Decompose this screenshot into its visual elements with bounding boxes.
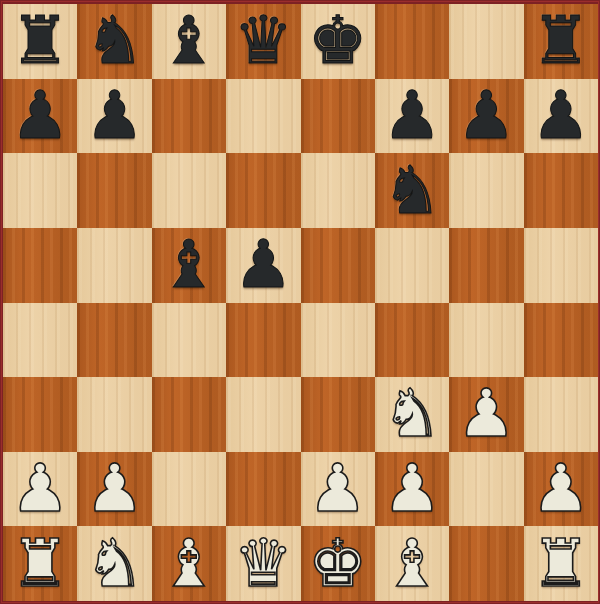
square-b8[interactable]: ♞: [77, 4, 151, 79]
square-a6[interactable]: [3, 153, 77, 228]
square-c7[interactable]: [152, 79, 226, 154]
square-b7[interactable]: ♟: [77, 79, 151, 154]
piece-black-pawn: ♟: [531, 79, 590, 153]
square-e4[interactable]: [301, 303, 375, 378]
square-d3[interactable]: [226, 377, 300, 452]
piece-black-queen: ♛: [234, 4, 293, 78]
square-f5[interactable]: [375, 228, 449, 303]
piece-black-knight: ♞: [85, 4, 144, 78]
square-h2[interactable]: ♟: [524, 452, 598, 527]
piece-black-pawn: ♟: [85, 79, 144, 153]
square-a3[interactable]: [3, 377, 77, 452]
piece-black-king: ♚: [308, 4, 367, 78]
square-a7[interactable]: ♟: [3, 79, 77, 154]
square-a5[interactable]: [3, 228, 77, 303]
piece-white-pawn: ♟: [457, 377, 516, 451]
square-e2[interactable]: ♟: [301, 452, 375, 527]
square-g7[interactable]: ♟: [449, 79, 523, 154]
square-d8[interactable]: ♛: [226, 4, 300, 79]
square-c8[interactable]: ♝: [152, 4, 226, 79]
square-e1[interactable]: ♚: [301, 526, 375, 601]
piece-black-bishop: ♝: [159, 228, 218, 302]
square-b6[interactable]: [77, 153, 151, 228]
square-b2[interactable]: ♟: [77, 452, 151, 527]
square-c3[interactable]: [152, 377, 226, 452]
square-b1[interactable]: ♞: [77, 526, 151, 601]
square-c2[interactable]: [152, 452, 226, 527]
square-h1[interactable]: ♜: [524, 526, 598, 601]
piece-black-rook: ♜: [531, 4, 590, 78]
square-g6[interactable]: [449, 153, 523, 228]
square-f4[interactable]: [375, 303, 449, 378]
piece-white-king: ♚: [308, 527, 367, 601]
square-h4[interactable]: [524, 303, 598, 378]
square-c4[interactable]: [152, 303, 226, 378]
square-e3[interactable]: [301, 377, 375, 452]
square-h3[interactable]: [524, 377, 598, 452]
square-f2[interactable]: ♟: [375, 452, 449, 527]
square-h6[interactable]: [524, 153, 598, 228]
square-f6[interactable]: ♞: [375, 153, 449, 228]
square-g1[interactable]: [449, 526, 523, 601]
square-a1[interactable]: ♜: [3, 526, 77, 601]
piece-black-bishop: ♝: [159, 4, 218, 78]
piece-white-rook: ♜: [531, 527, 590, 601]
piece-white-pawn: ♟: [85, 452, 144, 526]
piece-black-pawn: ♟: [457, 79, 516, 153]
board-frame: ♜♞♝♛♚♜♟♟♟♟♟♞♝♟♞♟♟♟♟♟♟♜♞♝♛♚♝♜: [0, 0, 600, 604]
square-d4[interactable]: [226, 303, 300, 378]
square-b3[interactable]: [77, 377, 151, 452]
square-e5[interactable]: [301, 228, 375, 303]
chess-board: ♜♞♝♛♚♜♟♟♟♟♟♞♝♟♞♟♟♟♟♟♟♜♞♝♛♚♝♜: [3, 4, 598, 601]
piece-black-rook: ♜: [11, 4, 70, 78]
square-c6[interactable]: [152, 153, 226, 228]
square-g2[interactable]: [449, 452, 523, 527]
square-h8[interactable]: ♜: [524, 4, 598, 79]
piece-black-knight: ♞: [382, 154, 441, 228]
piece-black-pawn: ♟: [382, 79, 441, 153]
square-e6[interactable]: [301, 153, 375, 228]
square-c1[interactable]: ♝: [152, 526, 226, 601]
square-b5[interactable]: [77, 228, 151, 303]
piece-black-pawn: ♟: [234, 228, 293, 302]
square-c5[interactable]: ♝: [152, 228, 226, 303]
piece-black-pawn: ♟: [11, 79, 70, 153]
square-a4[interactable]: [3, 303, 77, 378]
piece-white-pawn: ♟: [382, 452, 441, 526]
square-f1[interactable]: ♝: [375, 526, 449, 601]
square-e8[interactable]: ♚: [301, 4, 375, 79]
piece-white-pawn: ♟: [531, 452, 590, 526]
square-d1[interactable]: ♛: [226, 526, 300, 601]
square-h5[interactable]: [524, 228, 598, 303]
square-f3[interactable]: ♞: [375, 377, 449, 452]
square-d2[interactable]: [226, 452, 300, 527]
square-g5[interactable]: [449, 228, 523, 303]
square-d5[interactable]: ♟: [226, 228, 300, 303]
square-a2[interactable]: ♟: [3, 452, 77, 527]
piece-white-bishop: ♝: [382, 527, 441, 601]
piece-white-knight: ♞: [382, 377, 441, 451]
square-g8[interactable]: [449, 4, 523, 79]
square-e7[interactable]: [301, 79, 375, 154]
square-d7[interactable]: [226, 79, 300, 154]
piece-white-queen: ♛: [234, 527, 293, 601]
piece-white-rook: ♜: [11, 527, 70, 601]
square-b4[interactable]: [77, 303, 151, 378]
piece-white-pawn: ♟: [308, 452, 367, 526]
square-g3[interactable]: ♟: [449, 377, 523, 452]
square-h7[interactable]: ♟: [524, 79, 598, 154]
piece-white-knight: ♞: [85, 527, 144, 601]
square-d6[interactable]: [226, 153, 300, 228]
square-a8[interactable]: ♜: [3, 4, 77, 79]
piece-white-pawn: ♟: [11, 452, 70, 526]
square-f7[interactable]: ♟: [375, 79, 449, 154]
square-g4[interactable]: [449, 303, 523, 378]
square-f8[interactable]: [375, 4, 449, 79]
piece-white-bishop: ♝: [159, 527, 218, 601]
